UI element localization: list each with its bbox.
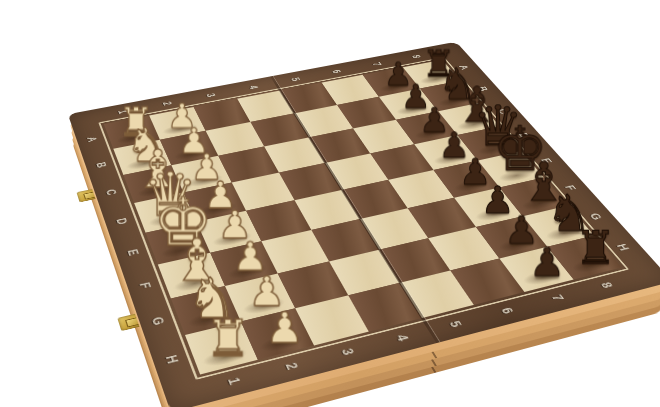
white-rook-h1[interactable]: ♜: [205, 313, 250, 363]
black-pawn-h7[interactable]: ♟: [529, 243, 565, 283]
perspective-scene: ♜♟♟♜♞♟♟♞♝♟♟♝♛♟♟♛♚♟♟♚♝♟♟♝♞♟♟♞♜♟♟♜ 11AA22B…: [0, 0, 660, 407]
brass-latch: [117, 311, 150, 331]
label-left-file-B: B: [75, 153, 128, 176]
label-left-file-A: A: [67, 128, 119, 150]
product-photo-stage: ♜♟♟♜♞♟♟♞♝♟♟♝♛♟♟♛♚♟♟♚♝♟♟♝♞♟♟♞♜♟♟♜ 11AA22B…: [0, 0, 660, 407]
white-pawn-h2[interactable]: ♟: [266, 306, 304, 348]
folding-chess-board: ♜♟♟♜♞♟♟♞♝♟♟♝♛♟♟♛♚♟♟♚♝♟♟♝♞♟♟♞♜♟♟♜ 11AA22B…: [68, 41, 660, 407]
black-rook-h8[interactable]: ♜: [575, 224, 616, 270]
square-f6: [408, 197, 476, 238]
walnut-frame: ♜♟♟♜♞♟♟♞♝♟♟♝♛♟♟♛♚♟♟♚♝♟♟♝♞♟♟♞♜♟♟♜ 11AA22B…: [68, 41, 660, 407]
